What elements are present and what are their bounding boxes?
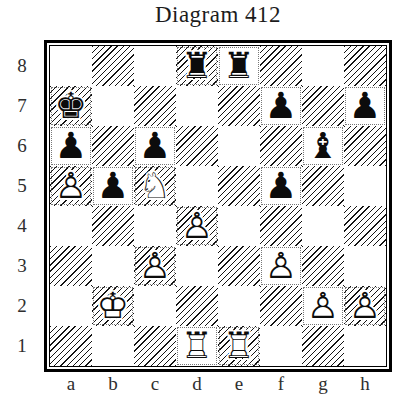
file-label-c: c — [134, 371, 176, 397]
square-e1[interactable]: ♜♖ — [218, 326, 260, 366]
piece-black-bishop: ♝♝ — [302, 126, 344, 166]
square-d1[interactable]: ♜♖ — [176, 326, 218, 366]
square-h5[interactable] — [344, 166, 386, 206]
piece-black-pawn: ♟♟ — [50, 126, 92, 166]
square-g6[interactable]: ♝♝ — [302, 126, 344, 166]
piece-glyph: ♖ — [176, 326, 218, 366]
piece-glyph: ♜ — [176, 46, 218, 86]
square-h8[interactable] — [344, 46, 386, 86]
square-a3[interactable] — [50, 246, 92, 286]
piece-glyph: ♙ — [344, 286, 386, 326]
piece-glyph: ♙ — [302, 286, 344, 326]
square-f7[interactable]: ♟♟ — [260, 86, 302, 126]
square-c8[interactable] — [134, 46, 176, 86]
file-label-f: f — [260, 371, 302, 397]
piece-glyph: ♟ — [344, 86, 386, 126]
square-d2[interactable] — [176, 286, 218, 326]
square-h1[interactable] — [344, 326, 386, 366]
square-f2[interactable] — [260, 286, 302, 326]
square-f4[interactable] — [260, 206, 302, 246]
piece-glyph: ♔ — [92, 286, 134, 326]
rank-label-8: 8 — [12, 46, 32, 86]
square-f8[interactable] — [260, 46, 302, 86]
piece-white-pawn: ♟♙ — [134, 246, 176, 286]
square-a7[interactable]: ♚♚ — [50, 86, 92, 126]
square-f6[interactable] — [260, 126, 302, 166]
piece-glyph: ♟ — [260, 166, 302, 206]
square-e6[interactable] — [218, 126, 260, 166]
square-c6[interactable]: ♟♟ — [134, 126, 176, 166]
square-f5[interactable]: ♟♟ — [260, 166, 302, 206]
rank-label-1: 1 — [12, 326, 32, 366]
piece-glyph: ♟ — [92, 166, 134, 206]
piece-glyph: ♙ — [176, 206, 218, 246]
piece-white-pawn: ♟♙ — [344, 286, 386, 326]
piece-white-rook: ♜♖ — [218, 326, 260, 366]
piece-glyph: ♟ — [260, 86, 302, 126]
square-b2[interactable]: ♚♔ — [92, 286, 134, 326]
square-h3[interactable] — [344, 246, 386, 286]
piece-white-pawn: ♟♙ — [50, 166, 92, 206]
square-a5[interactable]: ♟♙ — [50, 166, 92, 206]
square-g7[interactable] — [302, 86, 344, 126]
square-e8[interactable]: ♜♜ — [218, 46, 260, 86]
piece-glyph: ♙ — [260, 246, 302, 286]
piece-white-pawn: ♟♙ — [176, 206, 218, 246]
piece-black-pawn: ♟♟ — [134, 126, 176, 166]
square-c4[interactable] — [134, 206, 176, 246]
square-d7[interactable] — [176, 86, 218, 126]
square-g4[interactable] — [302, 206, 344, 246]
piece-black-pawn: ♟♟ — [260, 86, 302, 126]
file-label-e: e — [218, 371, 260, 397]
piece-glyph: ♙ — [50, 166, 92, 206]
square-a2[interactable] — [50, 286, 92, 326]
square-h7[interactable]: ♟♟ — [344, 86, 386, 126]
square-c2[interactable] — [134, 286, 176, 326]
file-label-b: b — [92, 371, 134, 397]
square-e5[interactable] — [218, 166, 260, 206]
piece-white-pawn: ♟♙ — [260, 246, 302, 286]
piece-glyph: ♜ — [218, 46, 260, 86]
square-c3[interactable]: ♟♙ — [134, 246, 176, 286]
piece-black-king: ♚♚ — [50, 86, 92, 126]
square-a4[interactable] — [50, 206, 92, 246]
square-b1[interactable] — [92, 326, 134, 366]
square-g5[interactable] — [302, 166, 344, 206]
square-f3[interactable]: ♟♙ — [260, 246, 302, 286]
square-a6[interactable]: ♟♟ — [50, 126, 92, 166]
board-grid: ♜♜♜♜♚♚♟♟♟♟♟♟♟♟♝♝♟♙♟♟♞♘♟♟♟♙♟♙♟♙♚♔♟♙♟♙♜♖♜♖ — [49, 45, 387, 367]
square-g3[interactable] — [302, 246, 344, 286]
square-b5[interactable]: ♟♟ — [92, 166, 134, 206]
square-d5[interactable] — [176, 166, 218, 206]
square-c1[interactable] — [134, 326, 176, 366]
piece-white-king: ♚♔ — [92, 286, 134, 326]
rank-label-2: 2 — [12, 286, 32, 326]
file-label-a: a — [50, 371, 92, 397]
rank-label-6: 6 — [12, 126, 32, 166]
square-f1[interactable] — [260, 326, 302, 366]
square-d3[interactable] — [176, 246, 218, 286]
square-e4[interactable] — [218, 206, 260, 246]
piece-glyph: ♘ — [134, 166, 176, 206]
piece-black-rook: ♜♜ — [176, 46, 218, 86]
square-e2[interactable] — [218, 286, 260, 326]
square-g8[interactable] — [302, 46, 344, 86]
piece-white-knight: ♞♘ — [134, 166, 176, 206]
piece-glyph: ♟ — [50, 126, 92, 166]
square-b3[interactable] — [92, 246, 134, 286]
rank-labels: 87654321 — [12, 46, 32, 366]
square-g1[interactable] — [302, 326, 344, 366]
piece-white-pawn: ♟♙ — [302, 286, 344, 326]
chess-board: ♜♜♜♜♚♚♟♟♟♟♟♟♟♟♝♝♟♙♟♟♞♘♟♟♟♙♟♙♟♙♚♔♟♙♟♙♜♖♜♖ — [44, 40, 392, 372]
piece-black-pawn: ♟♟ — [92, 166, 134, 206]
square-b6[interactable] — [92, 126, 134, 166]
piece-glyph: ♟ — [134, 126, 176, 166]
square-b7[interactable] — [92, 86, 134, 126]
piece-black-pawn: ♟♟ — [344, 86, 386, 126]
square-h6[interactable] — [344, 126, 386, 166]
square-a8[interactable] — [50, 46, 92, 86]
square-d8[interactable]: ♜♜ — [176, 46, 218, 86]
piece-glyph: ♝ — [302, 126, 344, 166]
piece-glyph: ♙ — [134, 246, 176, 286]
square-h2[interactable]: ♟♙ — [344, 286, 386, 326]
file-label-g: g — [302, 371, 344, 397]
file-label-d: d — [176, 371, 218, 397]
piece-glyph: ♚ — [50, 86, 92, 126]
file-label-h: h — [344, 371, 386, 397]
square-c5[interactable]: ♞♘ — [134, 166, 176, 206]
piece-black-pawn: ♟♟ — [260, 166, 302, 206]
square-h4[interactable] — [344, 206, 386, 246]
rank-label-3: 3 — [12, 246, 32, 286]
rank-label-7: 7 — [12, 86, 32, 126]
square-a1[interactable] — [50, 326, 92, 366]
square-c7[interactable] — [134, 86, 176, 126]
square-g2[interactable]: ♟♙ — [302, 286, 344, 326]
piece-white-rook: ♜♖ — [176, 326, 218, 366]
square-b8[interactable] — [92, 46, 134, 86]
square-b4[interactable] — [92, 206, 134, 246]
piece-black-rook: ♜♜ — [218, 46, 260, 86]
square-d6[interactable] — [176, 126, 218, 166]
rank-label-4: 4 — [12, 206, 32, 246]
piece-glyph: ♖ — [218, 326, 260, 366]
square-d4[interactable]: ♟♙ — [176, 206, 218, 246]
square-e7[interactable] — [218, 86, 260, 126]
file-labels: abcdefgh — [50, 371, 386, 397]
square-e3[interactable] — [218, 246, 260, 286]
diagram-title: Diagram 412 — [44, 2, 392, 28]
rank-label-5: 5 — [12, 166, 32, 206]
